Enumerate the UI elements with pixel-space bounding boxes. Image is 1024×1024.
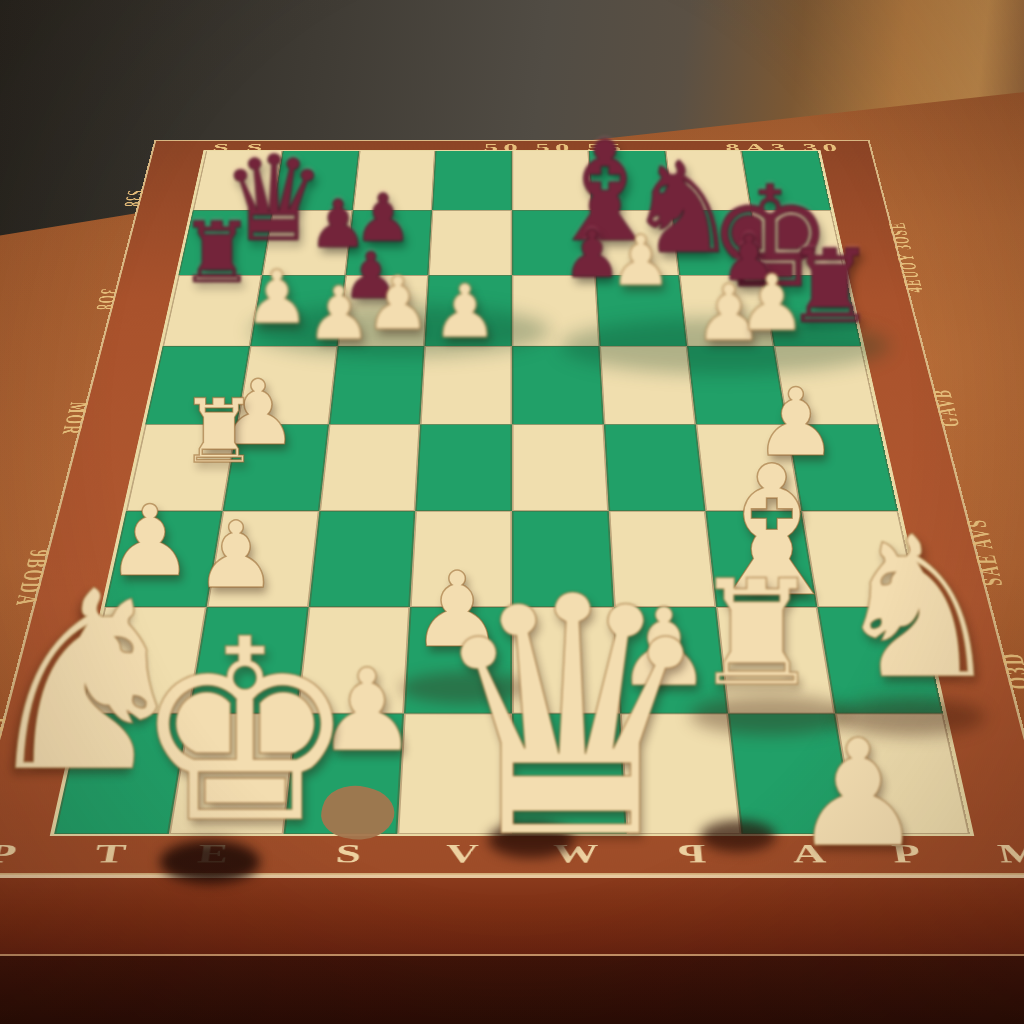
square-e4[interactable]	[512, 424, 609, 510]
frame-letter: T	[92, 839, 130, 869]
piece-white-knight-h2[interactable]: ♞	[830, 510, 1006, 706]
square-d7[interactable]	[429, 210, 512, 275]
piece-white-rook-b5[interactable]: ♜	[180, 388, 259, 476]
square-c5[interactable]	[329, 346, 425, 424]
piece-white-queen-e1[interactable]: ♛	[424, 554, 720, 884]
square-e5[interactable]	[512, 346, 604, 424]
frame-letter: S38	[118, 190, 148, 207]
piece-white-pawn-b6[interactable]: ♟	[244, 260, 310, 334]
square-d4[interactable]	[415, 424, 512, 510]
piece-white-pawn-f7[interactable]: ♟	[610, 226, 673, 296]
frame-letter: M	[995, 839, 1024, 869]
square-c4[interactable]	[319, 424, 420, 510]
piece-white-pawn-e6[interactable]: ♟	[432, 274, 498, 348]
piece-white-pawn-h1[interactable]: ♟	[792, 720, 925, 868]
table-shadow-band	[0, 956, 1024, 1024]
square-f4[interactable]	[604, 424, 705, 510]
square-d8[interactable]	[432, 151, 512, 211]
piece-white-king-c1[interactable]: ♚	[132, 606, 358, 858]
piece-white-pawn-c6[interactable]: ♟	[306, 276, 372, 350]
piece-white-pawn-h6[interactable]: ♟	[737, 264, 807, 342]
piece-white-pawn-d6[interactable]: ♟	[365, 266, 431, 340]
square-d5[interactable]	[420, 346, 512, 424]
frame-letter: 3O8	[90, 289, 123, 311]
square-f5[interactable]	[599, 346, 695, 424]
frame-letter: P	[0, 839, 21, 869]
scene: S S 50 50 55 8A3 30 S383O8MOR9BODAIUJ 4E…	[0, 0, 1024, 1024]
